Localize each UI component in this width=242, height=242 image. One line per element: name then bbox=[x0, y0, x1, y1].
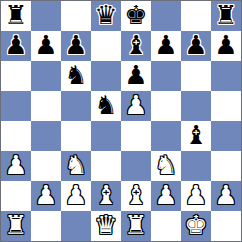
piece-black-king: ♚ bbox=[124, 2, 147, 28]
square-h7[interactable]: ♟ bbox=[211, 31, 241, 61]
square-d1[interactable]: ♛ bbox=[91, 211, 121, 241]
square-g2[interactable]: ♟ bbox=[181, 181, 211, 211]
square-e1[interactable]: ♜ bbox=[121, 211, 151, 241]
square-h5[interactable] bbox=[211, 91, 241, 121]
square-g3[interactable] bbox=[181, 151, 211, 181]
piece-black-pawn: ♟ bbox=[34, 32, 57, 58]
square-f2[interactable]: ♟ bbox=[151, 181, 181, 211]
board-wrap: ♜♛♚♜♟♟♟♝♟♟♟♞♟♞♟♝♟♞♞♟♟♝♝♟♟♟♜♛♜♚ bbox=[0, 0, 242, 242]
square-h1[interactable] bbox=[211, 211, 241, 241]
square-b1[interactable] bbox=[31, 211, 61, 241]
square-b8[interactable] bbox=[31, 1, 61, 31]
square-a3[interactable]: ♟ bbox=[1, 151, 31, 181]
square-b4[interactable] bbox=[31, 121, 61, 151]
piece-black-rook: ♜ bbox=[4, 2, 27, 28]
piece-black-pawn: ♟ bbox=[64, 32, 87, 58]
square-e4[interactable] bbox=[121, 121, 151, 151]
square-d5[interactable]: ♞ bbox=[91, 91, 121, 121]
square-f3[interactable]: ♞ bbox=[151, 151, 181, 181]
square-b6[interactable] bbox=[31, 61, 61, 91]
square-d3[interactable] bbox=[91, 151, 121, 181]
square-f5[interactable] bbox=[151, 91, 181, 121]
square-b3[interactable] bbox=[31, 151, 61, 181]
square-d7[interactable] bbox=[91, 31, 121, 61]
square-g7[interactable]: ♟ bbox=[181, 31, 211, 61]
square-f6[interactable] bbox=[151, 61, 181, 91]
square-f7[interactable]: ♟ bbox=[151, 31, 181, 61]
square-h4[interactable] bbox=[211, 121, 241, 151]
piece-black-queen: ♛ bbox=[94, 2, 117, 28]
square-d4[interactable] bbox=[91, 121, 121, 151]
piece-white-bishop: ♝ bbox=[124, 182, 147, 208]
piece-white-rook: ♜ bbox=[124, 212, 147, 238]
piece-white-pawn: ♟ bbox=[34, 182, 57, 208]
piece-black-bishop: ♝ bbox=[184, 122, 207, 148]
square-f1[interactable] bbox=[151, 211, 181, 241]
square-e7[interactable]: ♝ bbox=[121, 31, 151, 61]
piece-black-pawn: ♟ bbox=[214, 32, 237, 58]
piece-white-knight: ♞ bbox=[154, 152, 177, 178]
square-e3[interactable] bbox=[121, 151, 151, 181]
piece-white-pawn: ♟ bbox=[184, 182, 207, 208]
square-d8[interactable]: ♛ bbox=[91, 1, 121, 31]
piece-black-knight: ♞ bbox=[94, 92, 117, 118]
square-a5[interactable] bbox=[1, 91, 31, 121]
piece-white-queen: ♛ bbox=[94, 212, 117, 238]
square-e5[interactable]: ♟ bbox=[121, 91, 151, 121]
square-c2[interactable]: ♟ bbox=[61, 181, 91, 211]
piece-white-pawn: ♟ bbox=[154, 182, 177, 208]
square-a4[interactable] bbox=[1, 121, 31, 151]
piece-white-bishop: ♝ bbox=[94, 182, 117, 208]
piece-black-pawn: ♟ bbox=[4, 32, 27, 58]
piece-white-king: ♚ bbox=[184, 212, 207, 238]
square-a2[interactable] bbox=[1, 181, 31, 211]
square-b2[interactable]: ♟ bbox=[31, 181, 61, 211]
square-a1[interactable]: ♜ bbox=[1, 211, 31, 241]
piece-white-pawn: ♟ bbox=[214, 182, 237, 208]
piece-black-pawn: ♟ bbox=[124, 62, 147, 88]
square-f8[interactable] bbox=[151, 1, 181, 31]
square-e8[interactable]: ♚ bbox=[121, 1, 151, 31]
piece-black-bishop: ♝ bbox=[124, 32, 147, 58]
square-g4[interactable]: ♝ bbox=[181, 121, 211, 151]
square-c1[interactable] bbox=[61, 211, 91, 241]
square-g5[interactable] bbox=[181, 91, 211, 121]
square-a7[interactable]: ♟ bbox=[1, 31, 31, 61]
square-h6[interactable] bbox=[211, 61, 241, 91]
square-d2[interactable]: ♝ bbox=[91, 181, 121, 211]
square-e2[interactable]: ♝ bbox=[121, 181, 151, 211]
square-e6[interactable]: ♟ bbox=[121, 61, 151, 91]
square-c3[interactable]: ♞ bbox=[61, 151, 91, 181]
square-c4[interactable] bbox=[61, 121, 91, 151]
piece-white-pawn: ♟ bbox=[4, 152, 27, 178]
square-h3[interactable] bbox=[211, 151, 241, 181]
square-d6[interactable] bbox=[91, 61, 121, 91]
square-h2[interactable]: ♟ bbox=[211, 181, 241, 211]
piece-black-pawn: ♟ bbox=[184, 32, 207, 58]
square-g1[interactable]: ♚ bbox=[181, 211, 211, 241]
chess-board: ♜♛♚♜♟♟♟♝♟♟♟♞♟♞♟♝♟♞♞♟♟♝♝♟♟♟♜♛♜♚ bbox=[0, 0, 242, 242]
piece-black-pawn: ♟ bbox=[154, 32, 177, 58]
square-c8[interactable] bbox=[61, 1, 91, 31]
square-f4[interactable] bbox=[151, 121, 181, 151]
square-c5[interactable] bbox=[61, 91, 91, 121]
piece-white-rook: ♜ bbox=[4, 212, 27, 238]
piece-black-knight: ♞ bbox=[64, 62, 87, 88]
square-b5[interactable] bbox=[31, 91, 61, 121]
piece-white-pawn: ♟ bbox=[124, 92, 147, 118]
square-b7[interactable]: ♟ bbox=[31, 31, 61, 61]
piece-white-knight: ♞ bbox=[64, 152, 87, 178]
piece-white-pawn: ♟ bbox=[64, 182, 87, 208]
square-a6[interactable] bbox=[1, 61, 31, 91]
square-g6[interactable] bbox=[181, 61, 211, 91]
square-c6[interactable]: ♞ bbox=[61, 61, 91, 91]
square-c7[interactable]: ♟ bbox=[61, 31, 91, 61]
piece-black-rook: ♜ bbox=[214, 2, 237, 28]
square-a8[interactable]: ♜ bbox=[1, 1, 31, 31]
square-g8[interactable] bbox=[181, 1, 211, 31]
square-h8[interactable]: ♜ bbox=[211, 1, 241, 31]
